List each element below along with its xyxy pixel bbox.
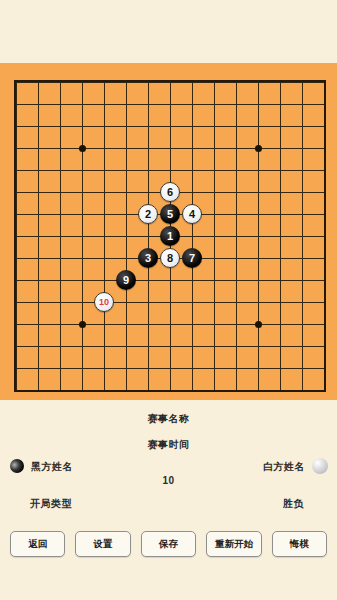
board-section: 12345678910 [0,63,337,400]
board-grid[interactable]: 12345678910 [14,80,326,392]
white-player-field[interactable]: 白方姓名 [263,460,305,474]
stone-white-4: 4 [182,204,202,224]
star-point [255,145,262,152]
stone-black-9: 9 [116,270,136,290]
star-point [79,321,86,328]
result-field[interactable]: 胜负 [283,497,304,511]
settings-button[interactable]: 设置 [75,531,130,557]
stone-white-10: 10 [94,292,114,312]
stone-black-5: 5 [160,204,180,224]
restart-button[interactable]: 重新开始 [206,531,261,557]
black-stone-icon [10,459,24,473]
back-button[interactable]: 返回 [10,531,65,557]
event-name-field[interactable]: 赛事名称 [0,412,337,426]
undo-button[interactable]: 悔棋 [272,531,327,557]
stone-white-6: 6 [160,182,180,202]
stone-black-7: 7 [182,248,202,268]
white-stone-icon [312,458,328,474]
star-point [255,321,262,328]
stone-white-8: 8 [160,248,180,268]
stone-white-2: 2 [138,204,158,224]
stone-black-1: 1 [160,226,180,246]
button-row: 返回 设置 保存 重新开始 悔棋 [10,531,327,557]
event-time-field[interactable]: 赛事时间 [0,438,337,452]
black-player-field[interactable]: 黑方姓名 [31,460,73,474]
save-button[interactable]: 保存 [141,531,196,557]
star-point [79,145,86,152]
stone-black-3: 3 [138,248,158,268]
app-screen: 12345678910 赛事名称 赛事时间 黑方姓名 白方姓名 10 开局类型 … [0,0,337,600]
opening-type-field[interactable]: 开局类型 [30,497,72,511]
move-count: 10 [0,475,337,486]
